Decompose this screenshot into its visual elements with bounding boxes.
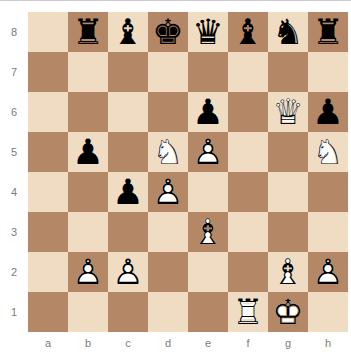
square-f7[interactable]	[228, 52, 268, 92]
square-h2[interactable]: ♟♙	[308, 252, 348, 292]
piece-white-rook[interactable]: ♜♖	[228, 292, 268, 332]
piece-black-knight[interactable]: ♞	[268, 12, 308, 52]
piece-black-king[interactable]: ♚	[148, 12, 188, 52]
square-h1[interactable]	[308, 292, 348, 332]
file-label-c: c	[108, 332, 148, 354]
piece-white-queen[interactable]: ♛♕	[268, 92, 308, 132]
white-piece-outline: ♗	[268, 252, 308, 292]
square-a4[interactable]	[28, 172, 68, 212]
square-a5[interactable]	[28, 132, 68, 172]
piece-black-rook[interactable]: ♜	[308, 12, 348, 52]
square-a7[interactable]	[28, 52, 68, 92]
file-labels: a b c d e f g h	[28, 332, 348, 354]
piece-black-queen[interactable]: ♛	[188, 12, 228, 52]
piece-black-bishop[interactable]: ♝	[228, 12, 268, 52]
square-c4[interactable]: ♟	[108, 172, 148, 212]
square-e5[interactable]: ♟♙	[188, 132, 228, 172]
square-f6[interactable]	[228, 92, 268, 132]
piece-white-pawn[interactable]: ♟♙	[308, 252, 348, 292]
chess-board: ♜♝♚♛♝♞♜♟♛♕♟♟♞♘♟♙♞♘♟♟♙♝♗♟♙♟♙♝♗♟♙♜♖♚♔	[28, 12, 348, 332]
white-piece-outline: ♘	[308, 132, 348, 172]
white-piece-outline: ♗	[188, 212, 228, 252]
rank-label-7: 7	[0, 52, 28, 92]
square-h3[interactable]	[308, 212, 348, 252]
file-label-h: h	[308, 332, 348, 354]
square-c2[interactable]: ♟♙	[108, 252, 148, 292]
square-h4[interactable]	[308, 172, 348, 212]
square-a6[interactable]	[28, 92, 68, 132]
square-f4[interactable]	[228, 172, 268, 212]
square-e6[interactable]: ♟	[188, 92, 228, 132]
piece-white-pawn[interactable]: ♟♙	[68, 252, 108, 292]
square-e2[interactable]	[188, 252, 228, 292]
square-g5[interactable]	[268, 132, 308, 172]
file-label-a: a	[28, 332, 68, 354]
rank-label-5: 5	[0, 132, 28, 172]
page: 8 7 6 5 4 3 2 1 ♜♝♚♛♝♞♜♟♛♕♟♟♞♘♟♙♞♘♟♟♙♝♗♟…	[0, 0, 351, 354]
rank-label-6: 6	[0, 92, 28, 132]
white-piece-outline: ♙	[148, 172, 188, 212]
piece-black-bishop[interactable]: ♝	[108, 12, 148, 52]
square-c5[interactable]	[108, 132, 148, 172]
square-d2[interactable]	[148, 252, 188, 292]
white-piece-outline: ♙	[68, 252, 108, 292]
square-b8[interactable]: ♜	[68, 12, 108, 52]
square-g8[interactable]: ♞	[268, 12, 308, 52]
piece-white-pawn[interactable]: ♟♙	[188, 132, 228, 172]
square-f3[interactable]	[228, 212, 268, 252]
square-g2[interactable]: ♝♗	[268, 252, 308, 292]
white-piece-outline: ♘	[148, 132, 188, 172]
file-label-e: e	[188, 332, 228, 354]
square-c1[interactable]	[108, 292, 148, 332]
square-c3[interactable]	[108, 212, 148, 252]
square-a2[interactable]	[28, 252, 68, 292]
square-f8[interactable]: ♝	[228, 12, 268, 52]
file-label-f: f	[228, 332, 268, 354]
piece-white-pawn[interactable]: ♟♙	[148, 172, 188, 212]
square-f1[interactable]: ♜♖	[228, 292, 268, 332]
white-piece-outline: ♔	[268, 292, 308, 332]
square-f5[interactable]	[228, 132, 268, 172]
square-g7[interactable]	[268, 52, 308, 92]
white-piece-outline: ♙	[108, 252, 148, 292]
square-e3[interactable]: ♝♗	[188, 212, 228, 252]
square-e8[interactable]: ♛	[188, 12, 228, 52]
rank-label-3: 3	[0, 212, 28, 252]
square-a3[interactable]	[28, 212, 68, 252]
square-e7[interactable]	[188, 52, 228, 92]
piece-white-bishop[interactable]: ♝♗	[188, 212, 228, 252]
square-b6[interactable]	[68, 92, 108, 132]
white-piece-outline: ♙	[188, 132, 228, 172]
rank-label-1: 1	[0, 292, 28, 332]
rank-label-2: 2	[0, 252, 28, 292]
square-d4[interactable]: ♟♙	[148, 172, 188, 212]
square-b4[interactable]	[68, 172, 108, 212]
square-g4[interactable]	[268, 172, 308, 212]
square-d8[interactable]: ♚	[148, 12, 188, 52]
rank-label-8: 8	[0, 12, 28, 52]
square-h5[interactable]: ♞♘	[308, 132, 348, 172]
white-piece-outline: ♖	[228, 292, 268, 332]
piece-white-pawn[interactable]: ♟♙	[108, 252, 148, 292]
square-f2[interactable]	[228, 252, 268, 292]
file-label-d: d	[148, 332, 188, 354]
square-a1[interactable]	[28, 292, 68, 332]
piece-white-bishop[interactable]: ♝♗	[268, 252, 308, 292]
square-c6[interactable]	[108, 92, 148, 132]
white-piece-outline: ♕	[268, 92, 308, 132]
rank-label-4: 4	[0, 172, 28, 212]
piece-white-knight[interactable]: ♞♘	[148, 132, 188, 172]
square-d3[interactable]	[148, 212, 188, 252]
rank-labels: 8 7 6 5 4 3 2 1	[0, 12, 28, 332]
square-g3[interactable]	[268, 212, 308, 252]
square-d5[interactable]: ♞♘	[148, 132, 188, 172]
square-d6[interactable]	[148, 92, 188, 132]
piece-white-king[interactable]: ♚♔	[268, 292, 308, 332]
square-a8[interactable]	[28, 12, 68, 52]
piece-black-pawn[interactable]: ♟	[108, 172, 148, 212]
piece-black-rook[interactable]: ♜	[68, 12, 108, 52]
piece-black-pawn[interactable]: ♟	[188, 92, 228, 132]
square-e1[interactable]	[188, 292, 228, 332]
square-b3[interactable]	[68, 212, 108, 252]
square-c8[interactable]: ♝	[108, 12, 148, 52]
square-h6[interactable]: ♟	[308, 92, 348, 132]
square-g6[interactable]: ♛♕	[268, 92, 308, 132]
file-label-g: g	[268, 332, 308, 354]
file-label-b: b	[68, 332, 108, 354]
square-h7[interactable]	[308, 52, 348, 92]
square-d1[interactable]	[148, 292, 188, 332]
square-b2[interactable]: ♟♙	[68, 252, 108, 292]
square-h8[interactable]: ♜	[308, 12, 348, 52]
square-b1[interactable]	[68, 292, 108, 332]
piece-black-pawn[interactable]: ♟	[68, 132, 108, 172]
square-b5[interactable]: ♟	[68, 132, 108, 172]
square-e4[interactable]	[188, 172, 228, 212]
square-c7[interactable]	[108, 52, 148, 92]
piece-black-pawn[interactable]: ♟	[308, 92, 348, 132]
square-g1[interactable]: ♚♔	[268, 292, 308, 332]
white-piece-outline: ♙	[308, 252, 348, 292]
square-d7[interactable]	[148, 52, 188, 92]
piece-white-knight[interactable]: ♞♘	[308, 132, 348, 172]
square-b7[interactable]	[68, 52, 108, 92]
board-area: 8 7 6 5 4 3 2 1 ♜♝♚♛♝♞♜♟♛♕♟♟♞♘♟♙♞♘♟♟♙♝♗♟…	[0, 12, 351, 354]
